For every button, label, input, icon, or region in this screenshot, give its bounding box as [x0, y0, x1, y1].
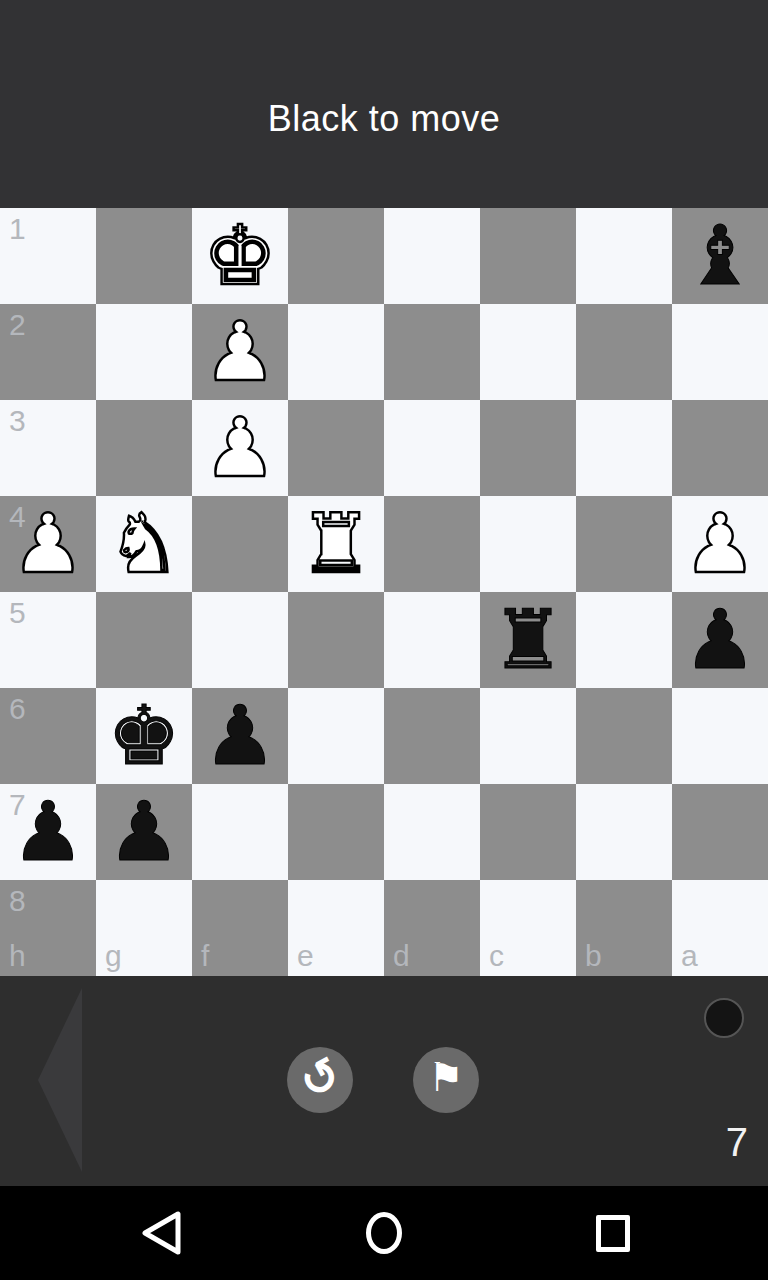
undo-button[interactable]: ↺	[287, 1047, 353, 1113]
flag-icon: ⚑	[428, 1054, 464, 1100]
back-triangle-icon	[140, 1211, 182, 1255]
square-c5[interactable]: ♜	[480, 592, 576, 688]
square-f7[interactable]	[192, 784, 288, 880]
square-e3[interactable]	[288, 400, 384, 496]
file-label-f: f	[201, 941, 209, 971]
square-d3[interactable]	[384, 400, 480, 496]
square-g4[interactable]: ♞	[96, 496, 192, 592]
square-g7[interactable]: ♟	[96, 784, 192, 880]
rank-label-6: 6	[9, 694, 26, 724]
square-b4[interactable]	[576, 496, 672, 592]
white-pawn-a4: ♟	[672, 496, 768, 592]
square-a7[interactable]	[672, 784, 768, 880]
square-h7[interactable]: 7♟	[0, 784, 96, 880]
file-label-e: e	[297, 941, 314, 971]
square-a3[interactable]	[672, 400, 768, 496]
chess-board: 1♚♝2♟3♟4♟♞♜♟5♜♟6♚♟7♟♟8hgfedcba	[0, 208, 768, 976]
square-e5[interactable]	[288, 592, 384, 688]
square-g6[interactable]: ♚	[96, 688, 192, 784]
android-navigation-bar	[0, 1186, 768, 1280]
square-h1[interactable]: 1	[0, 208, 96, 304]
square-f8[interactable]: f	[192, 880, 288, 976]
square-d8[interactable]: d	[384, 880, 480, 976]
square-d7[interactable]	[384, 784, 480, 880]
app-screen: Black to move 1♚♝2♟3♟4♟♞♜♟5♜♟6♚♟7♟♟8hgfe…	[0, 0, 768, 1280]
square-c8[interactable]: c	[480, 880, 576, 976]
recents-button[interactable]	[596, 1215, 630, 1252]
square-e4[interactable]: ♜	[288, 496, 384, 592]
square-e6[interactable]	[288, 688, 384, 784]
square-g3[interactable]	[96, 400, 192, 496]
square-f6[interactable]: ♟	[192, 688, 288, 784]
square-d2[interactable]	[384, 304, 480, 400]
file-label-g: g	[105, 941, 122, 971]
square-b8[interactable]: b	[576, 880, 672, 976]
white-knight-g4: ♞	[96, 496, 192, 592]
white-pawn-h4: ♟	[0, 496, 96, 592]
resign-flag-button[interactable]: ⚑	[413, 1047, 479, 1113]
square-a8[interactable]: a	[672, 880, 768, 976]
square-h2[interactable]: 2	[0, 304, 96, 400]
square-e2[interactable]	[288, 304, 384, 400]
top-bar: Black to move	[0, 0, 768, 208]
square-a2[interactable]	[672, 304, 768, 400]
square-b5[interactable]	[576, 592, 672, 688]
square-e7[interactable]	[288, 784, 384, 880]
black-pawn-a5: ♟	[672, 592, 768, 688]
control-panel: ↺ ⚑ 7	[0, 976, 768, 1186]
score-counter: 7	[726, 1120, 748, 1165]
square-c7[interactable]	[480, 784, 576, 880]
previous-arrow-icon	[36, 986, 86, 1174]
square-f1[interactable]: ♚	[192, 208, 288, 304]
rank-label-2: 2	[9, 310, 26, 340]
black-pawn-h7: ♟	[0, 784, 96, 880]
status-text: Black to move	[268, 98, 501, 140]
square-a6[interactable]	[672, 688, 768, 784]
black-rook-c5: ♜	[480, 592, 576, 688]
square-h6[interactable]: 6	[0, 688, 96, 784]
square-a4[interactable]: ♟	[672, 496, 768, 592]
square-a5[interactable]: ♟	[672, 592, 768, 688]
white-pawn-f3: ♟	[192, 400, 288, 496]
square-c2[interactable]	[480, 304, 576, 400]
square-c3[interactable]	[480, 400, 576, 496]
square-b3[interactable]	[576, 400, 672, 496]
black-to-move-indicator	[704, 998, 744, 1038]
square-c4[interactable]	[480, 496, 576, 592]
white-rook-e4: ♜	[288, 496, 384, 592]
square-f4[interactable]	[192, 496, 288, 592]
file-label-h: h	[9, 941, 26, 971]
rank-label-5: 5	[9, 598, 26, 628]
rank-label-4: 4	[9, 502, 26, 532]
rank-label-3: 3	[9, 406, 26, 436]
square-d4[interactable]	[384, 496, 480, 592]
square-f5[interactable]	[192, 592, 288, 688]
square-b6[interactable]	[576, 688, 672, 784]
rank-label-7: 7	[9, 790, 26, 820]
rank-label-8: 8	[9, 886, 26, 916]
file-label-d: d	[393, 941, 410, 971]
file-label-b: b	[585, 941, 602, 971]
square-h4[interactable]: 4♟	[0, 496, 96, 592]
file-label-a: a	[681, 941, 698, 971]
square-b1[interactable]	[576, 208, 672, 304]
square-d6[interactable]	[384, 688, 480, 784]
square-b7[interactable]	[576, 784, 672, 880]
square-e1[interactable]	[288, 208, 384, 304]
black-pawn-f6: ♟	[192, 688, 288, 784]
black-bishop-a1: ♝	[672, 208, 768, 304]
black-pawn-g7: ♟	[96, 784, 192, 880]
file-label-c: c	[489, 941, 504, 971]
home-button[interactable]	[366, 1212, 402, 1254]
square-g5[interactable]	[96, 592, 192, 688]
back-button[interactable]	[140, 1211, 182, 1258]
square-d5[interactable]	[384, 592, 480, 688]
square-h3[interactable]: 3	[0, 400, 96, 496]
black-king-g6: ♚	[96, 688, 192, 784]
white-pawn-f2: ♟	[192, 304, 288, 400]
square-a1[interactable]: ♝	[672, 208, 768, 304]
square-b2[interactable]	[576, 304, 672, 400]
square-f2[interactable]: ♟	[192, 304, 288, 400]
square-d1[interactable]	[384, 208, 480, 304]
square-e8[interactable]: e	[288, 880, 384, 976]
square-g8[interactable]: g	[96, 880, 192, 976]
square-g1[interactable]	[96, 208, 192, 304]
square-h8[interactable]: 8h	[0, 880, 96, 976]
undo-icon: ↺	[290, 1045, 349, 1111]
white-king-f1: ♚	[192, 208, 288, 304]
previous-move-button[interactable]	[36, 986, 86, 1174]
square-f3[interactable]: ♟	[192, 400, 288, 496]
square-c6[interactable]	[480, 688, 576, 784]
rank-label-1: 1	[9, 214, 26, 244]
square-h5[interactable]: 5	[0, 592, 96, 688]
square-g2[interactable]	[96, 304, 192, 400]
square-c1[interactable]	[480, 208, 576, 304]
